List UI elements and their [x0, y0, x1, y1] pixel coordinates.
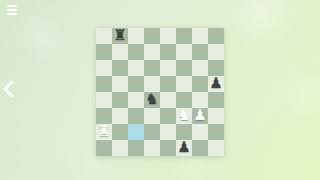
chevron-left-icon: [2, 80, 16, 98]
square-b7[interactable]: [112, 44, 128, 60]
square-f7[interactable]: [176, 44, 192, 60]
piece-white-pawn[interactable]: ♟: [193, 107, 206, 123]
square-g7[interactable]: [192, 44, 208, 60]
piece-white-knight[interactable]: ♞: [177, 107, 190, 123]
back-button[interactable]: [2, 80, 16, 98]
square-h5[interactable]: ♟: [208, 76, 224, 92]
square-f5[interactable]: [176, 76, 192, 92]
square-c3[interactable]: [128, 108, 144, 124]
square-a5[interactable]: [96, 76, 112, 92]
square-e8[interactable]: [160, 28, 176, 44]
piece-black-pawn[interactable]: ♟: [209, 75, 222, 91]
square-d3[interactable]: [144, 108, 160, 124]
piece-black-knight[interactable]: ♞: [145, 91, 158, 107]
square-d6[interactable]: [144, 60, 160, 76]
piece-black-rook[interactable]: ♜: [113, 27, 126, 43]
square-b8[interactable]: ♜: [112, 28, 128, 44]
square-e4[interactable]: [160, 92, 176, 108]
square-h2[interactable]: [208, 124, 224, 140]
square-g5[interactable]: [192, 76, 208, 92]
square-b2[interactable]: [112, 124, 128, 140]
square-e1[interactable]: [160, 140, 176, 156]
square-d8[interactable]: [144, 28, 160, 44]
square-h7[interactable]: [208, 44, 224, 60]
square-h8[interactable]: [208, 28, 224, 44]
square-c6[interactable]: [128, 60, 144, 76]
square-b5[interactable]: [112, 76, 128, 92]
square-e7[interactable]: [160, 44, 176, 60]
square-b6[interactable]: [112, 60, 128, 76]
square-d1[interactable]: [144, 140, 160, 156]
square-h4[interactable]: [208, 92, 224, 108]
square-f8[interactable]: [176, 28, 192, 44]
square-f1[interactable]: ♟: [176, 140, 192, 156]
square-g2[interactable]: [192, 124, 208, 140]
square-c2[interactable]: [128, 124, 144, 140]
square-a4[interactable]: [96, 92, 112, 108]
square-d2[interactable]: [144, 124, 160, 140]
square-d7[interactable]: [144, 44, 160, 60]
square-d4[interactable]: ♞: [144, 92, 160, 108]
hamburger-icon: [7, 5, 18, 15]
menu-button[interactable]: [7, 5, 18, 15]
square-b1[interactable]: [112, 140, 128, 156]
square-e2[interactable]: [160, 124, 176, 140]
square-c5[interactable]: [128, 76, 144, 92]
piece-black-pawn[interactable]: ♟: [177, 139, 190, 155]
square-b3[interactable]: [112, 108, 128, 124]
square-e6[interactable]: [160, 60, 176, 76]
square-a7[interactable]: [96, 44, 112, 60]
square-g6[interactable]: [192, 60, 208, 76]
square-g1[interactable]: [192, 140, 208, 156]
square-e5[interactable]: [160, 76, 176, 92]
square-f6[interactable]: [176, 60, 192, 76]
chess-board: ♜♟♞♞♟♜♟: [96, 28, 224, 156]
app-screen: ♜♟♞♞♟♜♟: [0, 0, 320, 180]
square-h3[interactable]: [208, 108, 224, 124]
square-e3[interactable]: [160, 108, 176, 124]
square-h1[interactable]: [208, 140, 224, 156]
square-c1[interactable]: [128, 140, 144, 156]
square-a2[interactable]: ♜: [96, 124, 112, 140]
square-b4[interactable]: [112, 92, 128, 108]
square-a6[interactable]: [96, 60, 112, 76]
square-a8[interactable]: [96, 28, 112, 44]
square-c7[interactable]: [128, 44, 144, 60]
square-c8[interactable]: [128, 28, 144, 44]
square-g3[interactable]: ♟: [192, 108, 208, 124]
square-c4[interactable]: [128, 92, 144, 108]
square-a1[interactable]: [96, 140, 112, 156]
piece-white-rook[interactable]: ♜: [97, 123, 110, 139]
square-f3[interactable]: ♞: [176, 108, 192, 124]
square-g8[interactable]: [192, 28, 208, 44]
